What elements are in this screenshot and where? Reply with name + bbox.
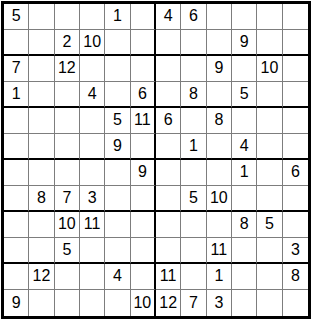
- empty-cell-r9c2[interactable]: [29, 212, 54, 238]
- given-cell-r5c6: 11: [131, 108, 156, 134]
- empty-cell-r5c12[interactable]: [283, 108, 308, 134]
- empty-cell-r11c11[interactable]: [257, 264, 282, 290]
- empty-cell-r7c1[interactable]: [4, 160, 29, 186]
- empty-cell-r7c4[interactable]: [80, 160, 105, 186]
- empty-cell-r8c12[interactable]: [283, 186, 308, 212]
- given-cell-r7c6: 9: [131, 160, 156, 186]
- empty-cell-r8c11[interactable]: [257, 186, 282, 212]
- empty-cell-r10c11[interactable]: [257, 238, 282, 264]
- given-cell-r4c6: 6: [131, 82, 156, 108]
- empty-cell-r11c6[interactable]: [131, 264, 156, 290]
- empty-cell-r2c1[interactable]: [4, 30, 29, 56]
- given-cell-r6c10: 4: [232, 134, 257, 160]
- empty-cell-r1c9[interactable]: [207, 4, 232, 30]
- empty-cell-r1c12[interactable]: [283, 4, 308, 30]
- empty-cell-r12c3[interactable]: [55, 290, 80, 316]
- given-cell-r7c12: 6: [283, 160, 308, 186]
- given-cell-r5c9: 8: [207, 108, 232, 134]
- empty-cell-r5c10[interactable]: [232, 108, 257, 134]
- given-cell-r10c3: 5: [55, 238, 80, 264]
- empty-cell-r11c4[interactable]: [80, 264, 105, 290]
- empty-cell-r3c4[interactable]: [80, 56, 105, 82]
- empty-cell-r4c2[interactable]: [29, 82, 54, 108]
- given-cell-r9c11: 5: [257, 212, 282, 238]
- empty-cell-r6c11[interactable]: [257, 134, 282, 160]
- empty-cell-r5c2[interactable]: [29, 108, 54, 134]
- empty-cell-r2c5[interactable]: [105, 30, 130, 56]
- empty-cell-r12c11[interactable]: [257, 290, 282, 316]
- given-cell-r8c2: 8: [29, 186, 54, 212]
- given-cell-r8c4: 3: [80, 186, 105, 212]
- empty-cell-r6c12[interactable]: [283, 134, 308, 160]
- empty-cell-r7c11[interactable]: [257, 160, 282, 186]
- empty-cell-r8c6[interactable]: [131, 186, 156, 212]
- empty-cell-r7c2[interactable]: [29, 160, 54, 186]
- empty-cell-r10c7[interactable]: [156, 238, 181, 264]
- empty-cell-r5c8[interactable]: [181, 108, 206, 134]
- empty-cell-r9c1[interactable]: [4, 212, 29, 238]
- given-cell-r12c1: 9: [4, 290, 29, 316]
- empty-cell-r5c4[interactable]: [80, 108, 105, 134]
- empty-cell-r5c1[interactable]: [4, 108, 29, 134]
- given-cell-r6c5: 9: [105, 134, 130, 160]
- given-cell-r1c7: 4: [156, 4, 181, 30]
- given-cell-r11c12: 8: [283, 264, 308, 290]
- sudoku-board: 5146210971291014685511689149168735101011…: [1, 1, 311, 319]
- given-cell-r1c1: 5: [4, 4, 29, 30]
- empty-cell-r2c9[interactable]: [207, 30, 232, 56]
- given-cell-r11c9: 1: [207, 264, 232, 290]
- given-cell-r3c1: 7: [4, 56, 29, 82]
- empty-cell-r10c5[interactable]: [105, 238, 130, 264]
- empty-cell-r1c3[interactable]: [55, 4, 80, 30]
- empty-cell-r12c4[interactable]: [80, 290, 105, 316]
- given-cell-r10c12: 3: [283, 238, 308, 264]
- given-cell-r3c9: 9: [207, 56, 232, 82]
- empty-cell-r9c5[interactable]: [105, 212, 130, 238]
- empty-cell-r3c6[interactable]: [131, 56, 156, 82]
- empty-cell-r3c12[interactable]: [283, 56, 308, 82]
- given-cell-r8c8: 5: [181, 186, 206, 212]
- empty-cell-r2c12[interactable]: [283, 30, 308, 56]
- given-cell-r6c8: 1: [181, 134, 206, 160]
- given-cell-r11c2: 12: [29, 264, 54, 290]
- given-cell-r1c5: 1: [105, 4, 130, 30]
- empty-cell-r4c11[interactable]: [257, 82, 282, 108]
- empty-cell-r1c4[interactable]: [80, 4, 105, 30]
- given-cell-r3c11: 10: [257, 56, 282, 82]
- given-cell-r2c10: 9: [232, 30, 257, 56]
- given-cell-r9c3: 10: [55, 212, 80, 238]
- empty-cell-r12c5[interactable]: [105, 290, 130, 316]
- empty-cell-r7c8[interactable]: [181, 160, 206, 186]
- empty-cell-r9c9[interactable]: [207, 212, 232, 238]
- given-cell-r12c9: 3: [207, 290, 232, 316]
- empty-cell-r9c7[interactable]: [156, 212, 181, 238]
- given-cell-r2c4: 10: [80, 30, 105, 56]
- given-cell-r3c3: 12: [55, 56, 80, 82]
- given-cell-r1c8: 6: [181, 4, 206, 30]
- given-cell-r4c4: 4: [80, 82, 105, 108]
- given-cell-r5c7: 6: [156, 108, 181, 134]
- empty-cell-r7c7[interactable]: [156, 160, 181, 186]
- empty-cell-r6c9[interactable]: [207, 134, 232, 160]
- empty-cell-r10c8[interactable]: [181, 238, 206, 264]
- given-cell-r2c3: 2: [55, 30, 80, 56]
- given-cell-r11c5: 4: [105, 264, 130, 290]
- empty-cell-r4c5[interactable]: [105, 82, 130, 108]
- empty-cell-r7c5[interactable]: [105, 160, 130, 186]
- empty-cell-r9c8[interactable]: [181, 212, 206, 238]
- empty-cell-r10c6[interactable]: [131, 238, 156, 264]
- given-cell-r9c4: 11: [80, 212, 105, 238]
- empty-cell-r10c10[interactable]: [232, 238, 257, 264]
- empty-cell-r12c12[interactable]: [283, 290, 308, 316]
- empty-cell-r1c2[interactable]: [29, 4, 54, 30]
- empty-cell-r12c2[interactable]: [29, 290, 54, 316]
- empty-cell-r4c3[interactable]: [55, 82, 80, 108]
- empty-cell-r1c11[interactable]: [257, 4, 282, 30]
- given-cell-r8c3: 7: [55, 186, 80, 212]
- empty-cell-r12c10[interactable]: [232, 290, 257, 316]
- empty-cell-r1c10[interactable]: [232, 4, 257, 30]
- empty-cell-r11c3[interactable]: [55, 264, 80, 290]
- empty-cell-r8c7[interactable]: [156, 186, 181, 212]
- given-cell-r10c9: 11: [207, 238, 232, 264]
- empty-cell-r5c11[interactable]: [257, 108, 282, 134]
- empty-cell-r8c5[interactable]: [105, 186, 130, 212]
- given-cell-r12c8: 7: [181, 290, 206, 316]
- empty-cell-r5c3[interactable]: [55, 108, 80, 134]
- empty-cell-r2c7[interactable]: [156, 30, 181, 56]
- empty-cell-r2c8[interactable]: [181, 30, 206, 56]
- empty-cell-r4c12[interactable]: [283, 82, 308, 108]
- empty-cell-r6c2[interactable]: [29, 134, 54, 160]
- empty-cell-r8c1[interactable]: [4, 186, 29, 212]
- empty-cell-r6c4[interactable]: [80, 134, 105, 160]
- empty-cell-r6c7[interactable]: [156, 134, 181, 160]
- empty-cell-r10c4[interactable]: [80, 238, 105, 264]
- empty-cell-r8c10[interactable]: [232, 186, 257, 212]
- given-cell-r8c9: 10: [207, 186, 232, 212]
- empty-cell-r7c9[interactable]: [207, 160, 232, 186]
- empty-cell-r3c8[interactable]: [181, 56, 206, 82]
- given-cell-r4c8: 8: [181, 82, 206, 108]
- given-cell-r9c10: 8: [232, 212, 257, 238]
- empty-cell-r6c1[interactable]: [4, 134, 29, 160]
- empty-cell-r11c10[interactable]: [232, 264, 257, 290]
- empty-cell-r9c6[interactable]: [131, 212, 156, 238]
- empty-cell-r6c6[interactable]: [131, 134, 156, 160]
- empty-cell-r10c1[interactable]: [4, 238, 29, 264]
- empty-cell-r7c3[interactable]: [55, 160, 80, 186]
- empty-cell-r2c6[interactable]: [131, 30, 156, 56]
- empty-cell-r3c5[interactable]: [105, 56, 130, 82]
- empty-cell-r1c6[interactable]: [131, 4, 156, 30]
- given-cell-r4c1: 1: [4, 82, 29, 108]
- empty-cell-r3c10[interactable]: [232, 56, 257, 82]
- given-cell-r5c5: 5: [105, 108, 130, 134]
- given-cell-r7c10: 1: [232, 160, 257, 186]
- given-cell-r12c7: 12: [156, 290, 181, 316]
- empty-cell-r6c3[interactable]: [55, 134, 80, 160]
- empty-cell-r3c2[interactable]: [29, 56, 54, 82]
- given-cell-r12c6: 10: [131, 290, 156, 316]
- empty-cell-r4c9[interactable]: [207, 82, 232, 108]
- empty-cell-r10c2[interactable]: [29, 238, 54, 264]
- empty-cell-r3c7[interactable]: [156, 56, 181, 82]
- given-cell-r11c7: 11: [156, 264, 181, 290]
- empty-cell-r9c12[interactable]: [283, 212, 308, 238]
- empty-cell-r11c8[interactable]: [181, 264, 206, 290]
- empty-cell-r2c11[interactable]: [257, 30, 282, 56]
- empty-cell-r4c7[interactable]: [156, 82, 181, 108]
- given-cell-r4c10: 5: [232, 82, 257, 108]
- empty-cell-r2c2[interactable]: [29, 30, 54, 56]
- empty-cell-r11c1[interactable]: [4, 264, 29, 290]
